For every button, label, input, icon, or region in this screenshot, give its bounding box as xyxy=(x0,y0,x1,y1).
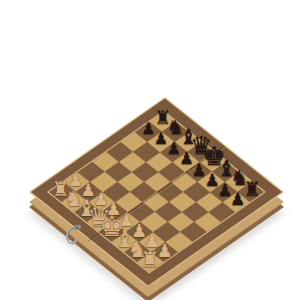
latch-clasp-icon xyxy=(63,222,87,248)
product-photo: ♜♞♝♛♚♝♞♜♟♟♟♟♟♟♟♟♟♟♟♟♟♟♟♟♜♞♝♛♚♝♞♜ xyxy=(0,0,300,300)
chess-board xyxy=(29,97,284,287)
